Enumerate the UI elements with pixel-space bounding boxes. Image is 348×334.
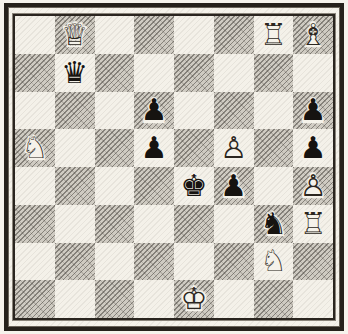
piece-glyph: ♟ — [141, 95, 168, 125]
square-f2[interactable] — [214, 243, 254, 281]
square-f6[interactable] — [214, 92, 254, 130]
piece-glyph: ♛ — [61, 58, 88, 88]
white-queen-icon: ♛♕ — [55, 16, 95, 54]
black-pawn-icon: ♟♟ — [293, 92, 333, 130]
square-a2[interactable] — [15, 243, 55, 281]
square-f4[interactable]: ♟♟ — [214, 167, 254, 205]
white-pawn-icon: ♟♙ — [293, 167, 333, 205]
square-c7[interactable] — [95, 54, 135, 92]
piece-glyph: ♚ — [180, 171, 207, 201]
square-f3[interactable] — [214, 205, 254, 243]
square-c8[interactable] — [95, 16, 135, 54]
piece-glyph: ♟ — [220, 171, 247, 201]
square-b4[interactable] — [55, 167, 95, 205]
black-pawn-icon: ♟♟ — [293, 129, 333, 167]
square-c5[interactable] — [95, 129, 135, 167]
square-a8[interactable] — [15, 16, 55, 54]
square-c2[interactable] — [95, 243, 135, 281]
square-h3[interactable]: ♜♖ — [293, 205, 333, 243]
square-h5[interactable]: ♟♟ — [293, 129, 333, 167]
piece-glyph: ♘ — [21, 133, 48, 163]
square-g8[interactable]: ♜♖ — [254, 16, 294, 54]
square-h8[interactable]: ♝♗ — [293, 16, 333, 54]
black-pawn-icon: ♟♟ — [214, 167, 254, 205]
board-frame: ♛♕♜♖♝♗♛♛♟♟♟♟♞♘♟♟♟♙♟♟♚♚♟♟♟♙♞♞♜♖♞♘♚♔ — [4, 3, 344, 331]
black-queen-icon: ♛♛ — [55, 54, 95, 92]
square-f8[interactable] — [214, 16, 254, 54]
square-e1[interactable]: ♚♔ — [174, 280, 214, 318]
square-d8[interactable] — [134, 16, 174, 54]
square-g5[interactable] — [254, 129, 294, 167]
white-rook-icon: ♜♖ — [254, 16, 294, 54]
square-e6[interactable] — [174, 92, 214, 130]
square-d6[interactable]: ♟♟ — [134, 92, 174, 130]
square-a1[interactable] — [15, 280, 55, 318]
piece-glyph: ♗ — [300, 20, 327, 50]
piece-glyph: ♙ — [300, 171, 327, 201]
piece-glyph: ♘ — [260, 246, 287, 276]
square-e8[interactable] — [174, 16, 214, 54]
square-d5[interactable]: ♟♟ — [134, 129, 174, 167]
square-d2[interactable] — [134, 243, 174, 281]
square-e7[interactable] — [174, 54, 214, 92]
square-g6[interactable] — [254, 92, 294, 130]
piece-glyph: ♕ — [61, 20, 88, 50]
square-c1[interactable] — [95, 280, 135, 318]
white-king-icon: ♚♔ — [174, 280, 214, 318]
square-e2[interactable] — [174, 243, 214, 281]
piece-glyph: ♔ — [180, 284, 207, 314]
square-a3[interactable] — [15, 205, 55, 243]
square-h6[interactable]: ♟♟ — [293, 92, 333, 130]
white-knight-icon: ♞♘ — [254, 243, 294, 281]
square-a7[interactable] — [15, 54, 55, 92]
square-f1[interactable] — [214, 280, 254, 318]
black-king-icon: ♚♚ — [174, 167, 214, 205]
square-d4[interactable] — [134, 167, 174, 205]
square-c4[interactable] — [95, 167, 135, 205]
square-b2[interactable] — [55, 243, 95, 281]
square-e3[interactable] — [174, 205, 214, 243]
square-a4[interactable] — [15, 167, 55, 205]
square-c6[interactable] — [95, 92, 135, 130]
square-b7[interactable]: ♛♛ — [55, 54, 95, 92]
piece-glyph: ♙ — [220, 133, 247, 163]
piece-glyph: ♟ — [300, 133, 327, 163]
square-h7[interactable] — [293, 54, 333, 92]
black-pawn-icon: ♟♟ — [134, 129, 174, 167]
square-e4[interactable]: ♚♚ — [174, 167, 214, 205]
square-h1[interactable] — [293, 280, 333, 318]
square-f5[interactable]: ♟♙ — [214, 129, 254, 167]
square-h2[interactable] — [293, 243, 333, 281]
square-b1[interactable] — [55, 280, 95, 318]
square-d1[interactable] — [134, 280, 174, 318]
square-e5[interactable] — [174, 129, 214, 167]
square-g7[interactable] — [254, 54, 294, 92]
square-b8[interactable]: ♛♕ — [55, 16, 95, 54]
square-g4[interactable] — [254, 167, 294, 205]
piece-glyph: ♖ — [260, 20, 287, 50]
piece-glyph: ♖ — [300, 209, 327, 239]
white-rook-icon: ♜♖ — [293, 205, 333, 243]
square-b5[interactable] — [55, 129, 95, 167]
square-g3[interactable]: ♞♞ — [254, 205, 294, 243]
square-a5[interactable]: ♞♘ — [15, 129, 55, 167]
square-g1[interactable] — [254, 280, 294, 318]
white-knight-icon: ♞♘ — [15, 129, 55, 167]
white-bishop-icon: ♝♗ — [293, 16, 333, 54]
chess-diagram-page: ♛♕♜♖♝♗♛♛♟♟♟♟♞♘♟♟♟♙♟♟♚♚♟♟♟♙♞♞♜♖♞♘♚♔ — [0, 0, 348, 334]
square-d3[interactable] — [134, 205, 174, 243]
square-f7[interactable] — [214, 54, 254, 92]
square-a6[interactable] — [15, 92, 55, 130]
piece-glyph: ♞ — [260, 209, 287, 239]
square-b3[interactable] — [55, 205, 95, 243]
square-h4[interactable]: ♟♙ — [293, 167, 333, 205]
piece-glyph: ♟ — [141, 133, 168, 163]
black-knight-icon: ♞♞ — [254, 205, 294, 243]
square-b6[interactable] — [55, 92, 95, 130]
piece-glyph: ♟ — [300, 95, 327, 125]
chess-board: ♛♕♜♖♝♗♛♛♟♟♟♟♞♘♟♟♟♙♟♟♚♚♟♟♟♙♞♞♜♖♞♘♚♔ — [13, 14, 335, 320]
square-c3[interactable] — [95, 205, 135, 243]
square-d7[interactable] — [134, 54, 174, 92]
white-pawn-icon: ♟♙ — [214, 129, 254, 167]
black-pawn-icon: ♟♟ — [134, 92, 174, 130]
square-g2[interactable]: ♞♘ — [254, 243, 294, 281]
